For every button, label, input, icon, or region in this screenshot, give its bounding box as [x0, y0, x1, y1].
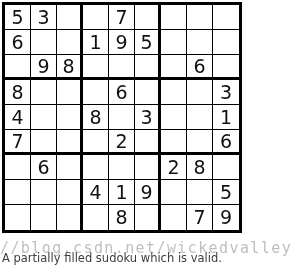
- cell-r1c6[interactable]: [135, 5, 161, 30]
- cell-r7c1[interactable]: [5, 155, 31, 180]
- cell-r1c8[interactable]: [187, 5, 213, 30]
- cell-r6c2[interactable]: [31, 130, 57, 155]
- cell-r7c3[interactable]: [57, 155, 83, 180]
- cell-r3c9[interactable]: [213, 55, 239, 80]
- cell-r2c5[interactable]: 9: [109, 30, 135, 55]
- cell-r4c2[interactable]: [31, 80, 57, 105]
- cell-r3c4[interactable]: [83, 55, 109, 80]
- cell-r6c7[interactable]: [161, 130, 187, 155]
- cell-r3c3[interactable]: 8: [57, 55, 83, 80]
- cell-r3c6[interactable]: [135, 55, 161, 80]
- cell-r8c4[interactable]: 4: [83, 180, 109, 205]
- cell-r9c2[interactable]: [31, 205, 57, 230]
- cell-r6c1[interactable]: 7: [5, 130, 31, 155]
- cell-r7c4[interactable]: [83, 155, 109, 180]
- cell-r9c1[interactable]: [5, 205, 31, 230]
- cell-r1c4[interactable]: [83, 5, 109, 30]
- cell-r5c1[interactable]: 4: [5, 105, 31, 130]
- cell-r1c9[interactable]: [213, 5, 239, 30]
- figure-caption: A partially filled sudoku which is valid…: [2, 251, 222, 265]
- cell-r5c2[interactable]: [31, 105, 57, 130]
- cell-r3c5[interactable]: [109, 55, 135, 80]
- cell-r5c7[interactable]: [161, 105, 187, 130]
- cell-r2c1[interactable]: 6: [5, 30, 31, 55]
- cell-r1c7[interactable]: [161, 5, 187, 30]
- cell-r2c7[interactable]: [161, 30, 187, 55]
- cell-r4c3[interactable]: [57, 80, 83, 105]
- cell-r3c8[interactable]: 6: [187, 55, 213, 80]
- cell-r6c4[interactable]: [83, 130, 109, 155]
- cell-r5c8[interactable]: [187, 105, 213, 130]
- cell-r9c6[interactable]: [135, 205, 161, 230]
- cell-r6c5[interactable]: 2: [109, 130, 135, 155]
- cell-r9c9[interactable]: 9: [213, 205, 239, 230]
- cell-r1c1[interactable]: 5: [5, 5, 31, 30]
- cell-r3c1[interactable]: [5, 55, 31, 80]
- cell-r4c7[interactable]: [161, 80, 187, 105]
- cell-r9c4[interactable]: [83, 205, 109, 230]
- cell-r4c9[interactable]: 3: [213, 80, 239, 105]
- cell-r4c5[interactable]: 6: [109, 80, 135, 105]
- cell-r5c5[interactable]: [109, 105, 135, 130]
- cell-r8c3[interactable]: [57, 180, 83, 205]
- cell-r9c3[interactable]: [57, 205, 83, 230]
- cell-r9c8[interactable]: 7: [187, 205, 213, 230]
- cell-r6c6[interactable]: [135, 130, 161, 155]
- cell-r4c1[interactable]: 8: [5, 80, 31, 105]
- sudoku-board: 537619598686348317266284195879: [2, 2, 242, 233]
- cell-r3c7[interactable]: [161, 55, 187, 80]
- cell-r2c4[interactable]: 1: [83, 30, 109, 55]
- cell-r8c1[interactable]: [5, 180, 31, 205]
- cell-r4c6[interactable]: [135, 80, 161, 105]
- cell-r8c8[interactable]: [187, 180, 213, 205]
- cell-r7c7[interactable]: 2: [161, 155, 187, 180]
- cell-r7c9[interactable]: [213, 155, 239, 180]
- cell-r6c8[interactable]: [187, 130, 213, 155]
- cell-r1c5[interactable]: 7: [109, 5, 135, 30]
- cell-r7c5[interactable]: [109, 155, 135, 180]
- cell-r6c9[interactable]: 6: [213, 130, 239, 155]
- cell-r2c8[interactable]: [187, 30, 213, 55]
- cell-r5c6[interactable]: 3: [135, 105, 161, 130]
- cell-r8c9[interactable]: 5: [213, 180, 239, 205]
- cell-r2c3[interactable]: [57, 30, 83, 55]
- cell-r5c4[interactable]: 8: [83, 105, 109, 130]
- cell-r7c6[interactable]: [135, 155, 161, 180]
- cell-r2c6[interactable]: 5: [135, 30, 161, 55]
- cell-r1c3[interactable]: [57, 5, 83, 30]
- cell-r5c9[interactable]: 1: [213, 105, 239, 130]
- cell-r4c8[interactable]: [187, 80, 213, 105]
- cell-r2c9[interactable]: [213, 30, 239, 55]
- cell-r7c8[interactable]: 8: [187, 155, 213, 180]
- cell-r9c5[interactable]: 8: [109, 205, 135, 230]
- cell-r3c2[interactable]: 9: [31, 55, 57, 80]
- cell-r1c2[interactable]: 3: [31, 5, 57, 30]
- cell-r6c3[interactable]: [57, 130, 83, 155]
- cell-r4c4[interactable]: [83, 80, 109, 105]
- cell-r9c7[interactable]: [161, 205, 187, 230]
- sudoku-figure: 537619598686348317266284195879 //blog.cs…: [0, 0, 292, 274]
- cell-r8c5[interactable]: 1: [109, 180, 135, 205]
- cell-r2c2[interactable]: [31, 30, 57, 55]
- cell-r7c2[interactable]: 6: [31, 155, 57, 180]
- cell-r8c2[interactable]: [31, 180, 57, 205]
- cell-r8c7[interactable]: [161, 180, 187, 205]
- cell-r8c6[interactable]: 9: [135, 180, 161, 205]
- cell-r5c3[interactable]: [57, 105, 83, 130]
